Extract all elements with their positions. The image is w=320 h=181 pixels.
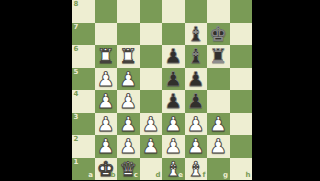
white-bishop[interactable]: ♝ (164, 158, 182, 181)
square-f3[interactable]: ♟ (185, 113, 208, 136)
black-pawn[interactable]: ♟ (187, 68, 205, 91)
square-h1[interactable]: h (230, 158, 253, 181)
black-king[interactable]: ♚ (209, 23, 227, 46)
square-c3[interactable]: ♟ (117, 113, 140, 136)
square-e7[interactable] (162, 23, 185, 46)
square-a8[interactable]: 8 (72, 0, 95, 23)
rank-label-7: 7 (74, 24, 79, 31)
square-g3[interactable]: ♟ (207, 113, 230, 136)
square-f6[interactable]: ♝ (185, 45, 208, 68)
white-pawn[interactable]: ♟ (119, 113, 137, 136)
black-pawn[interactable]: ♟ (164, 45, 182, 68)
square-g5[interactable] (207, 68, 230, 91)
file-label-h: h (246, 172, 251, 179)
square-h3[interactable] (230, 113, 253, 136)
square-d1[interactable]: d (140, 158, 163, 181)
square-a2[interactable]: 2 (72, 135, 95, 158)
square-c5[interactable]: ♟ (117, 68, 140, 91)
file-label-g: g (223, 172, 228, 179)
rank-label-5: 5 (74, 69, 79, 76)
square-f4[interactable]: ♟ (185, 90, 208, 113)
square-c2[interactable]: ♟ (117, 135, 140, 158)
square-g6[interactable]: ♜ (207, 45, 230, 68)
square-a3[interactable]: 3 (72, 113, 95, 136)
square-h5[interactable] (230, 68, 253, 91)
square-h7[interactable] (230, 23, 253, 46)
square-f8[interactable] (185, 0, 208, 23)
white-rook[interactable]: ♜ (97, 45, 115, 68)
black-bishop[interactable]: ♝ (187, 23, 205, 46)
square-h4[interactable] (230, 90, 253, 113)
black-pawn[interactable]: ♟ (164, 90, 182, 113)
white-pawn[interactable]: ♟ (209, 135, 227, 158)
square-f5[interactable]: ♟ (185, 68, 208, 91)
square-b6[interactable]: ♜ (95, 45, 118, 68)
file-label-a: a (88, 172, 93, 179)
square-d2[interactable]: ♟ (140, 135, 163, 158)
white-pawn[interactable]: ♟ (119, 90, 137, 113)
square-f1[interactable]: f♝ (185, 158, 208, 181)
square-c6[interactable]: ♜ (117, 45, 140, 68)
rank-label-2: 2 (74, 136, 79, 143)
square-d3[interactable]: ♟ (140, 113, 163, 136)
square-f7[interactable]: ♝ (185, 23, 208, 46)
square-b1[interactable]: b♚ (95, 158, 118, 181)
white-pawn[interactable]: ♟ (164, 113, 182, 136)
square-b4[interactable]: ♟ (95, 90, 118, 113)
square-e3[interactable]: ♟ (162, 113, 185, 136)
white-pawn[interactable]: ♟ (187, 135, 205, 158)
white-king[interactable]: ♚ (97, 158, 115, 181)
square-c8[interactable] (117, 0, 140, 23)
square-b3[interactable]: ♟ (95, 113, 118, 136)
white-pawn[interactable]: ♟ (119, 135, 137, 158)
rank-label-8: 8 (74, 1, 79, 8)
file-label-d: d (155, 172, 160, 179)
white-rook[interactable]: ♜ (119, 45, 137, 68)
square-e6[interactable]: ♟ (162, 45, 185, 68)
white-pawn[interactable]: ♟ (119, 68, 137, 91)
white-pawn[interactable]: ♟ (97, 135, 115, 158)
square-b8[interactable] (95, 0, 118, 23)
square-d8[interactable] (140, 0, 163, 23)
square-h8[interactable] (230, 0, 253, 23)
white-pawn[interactable]: ♟ (164, 135, 182, 158)
rank-label-6: 6 (74, 46, 79, 53)
white-pawn[interactable]: ♟ (142, 113, 160, 136)
square-h2[interactable] (230, 135, 253, 158)
rank-label-3: 3 (74, 114, 79, 121)
square-b7[interactable] (95, 23, 118, 46)
square-e4[interactable]: ♟ (162, 90, 185, 113)
square-e2[interactable]: ♟ (162, 135, 185, 158)
square-c1[interactable]: c♛ (117, 158, 140, 181)
square-c4[interactable]: ♟ (117, 90, 140, 113)
square-f2[interactable]: ♟ (185, 135, 208, 158)
square-a5[interactable]: 5 (72, 68, 95, 91)
square-c7[interactable] (117, 23, 140, 46)
black-pawn[interactable]: ♟ (187, 90, 205, 113)
square-g2[interactable]: ♟ (207, 135, 230, 158)
square-g8[interactable] (207, 0, 230, 23)
square-a4[interactable]: 4 (72, 90, 95, 113)
square-b2[interactable]: ♟ (95, 135, 118, 158)
square-a6[interactable]: 6 (72, 45, 95, 68)
square-d5[interactable] (140, 68, 163, 91)
square-h6[interactable] (230, 45, 253, 68)
white-pawn[interactable]: ♟ (209, 113, 227, 136)
white-pawn[interactable]: ♟ (97, 90, 115, 113)
white-pawn[interactable]: ♟ (97, 113, 115, 136)
square-d7[interactable] (140, 23, 163, 46)
video-frame: 87♝♚6♜♜♟♝♜5♟♟♟♟4♟♟♟♟3♟♟♟♟♟♟2♟♟♟♟♟♟1ab♚c♛… (0, 0, 320, 180)
square-d4[interactable] (140, 90, 163, 113)
white-pawn[interactable]: ♟ (187, 113, 205, 136)
square-e5[interactable]: ♟ (162, 68, 185, 91)
white-bishop[interactable]: ♝ (187, 158, 205, 181)
white-pawn[interactable]: ♟ (142, 135, 160, 158)
black-rook[interactable]: ♜ (209, 45, 227, 68)
square-g1[interactable]: g (207, 158, 230, 181)
rank-label-1: 1 (74, 159, 79, 166)
square-e1[interactable]: e♝ (162, 158, 185, 181)
square-b5[interactable]: ♟ (95, 68, 118, 91)
square-a7[interactable]: 7 (72, 23, 95, 46)
black-pawn[interactable]: ♟ (164, 68, 182, 91)
square-g4[interactable] (207, 90, 230, 113)
black-bishop[interactable]: ♝ (187, 45, 205, 68)
square-d6[interactable] (140, 45, 163, 68)
chess-board: 87♝♚6♜♜♟♝♜5♟♟♟♟4♟♟♟♟3♟♟♟♟♟♟2♟♟♟♟♟♟1ab♚c♛… (72, 0, 252, 180)
rank-label-4: 4 (74, 91, 79, 98)
square-a1[interactable]: 1a (72, 158, 95, 181)
square-g7[interactable]: ♚ (207, 23, 230, 46)
white-pawn[interactable]: ♟ (97, 68, 115, 91)
white-queen[interactable]: ♛ (119, 158, 137, 181)
square-e8[interactable] (162, 0, 185, 23)
